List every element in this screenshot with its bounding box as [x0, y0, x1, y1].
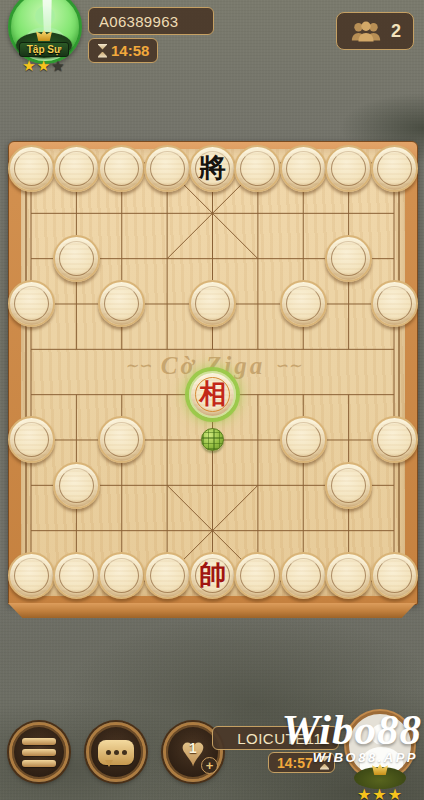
covered-piece[interactable] [8, 552, 55, 599]
covered-piece[interactable] [53, 462, 100, 509]
covered-piece[interactable] [53, 235, 100, 282]
rank-label: Tập Sự [19, 42, 69, 57]
menu-button[interactable] [9, 722, 69, 782]
covered-piece[interactable] [325, 462, 372, 509]
person-silhouette-icon [371, 724, 392, 745]
player-name-box: LOICUTE111 [212, 726, 339, 750]
hourglass-icon [97, 44, 108, 58]
covered-piece[interactable] [325, 145, 372, 192]
covered-piece[interactable] [371, 552, 418, 599]
piece-相[interactable]: 相 [189, 371, 236, 418]
plus-icon: + [201, 757, 218, 774]
player-timer: 14:57 [277, 755, 313, 771]
covered-piece[interactable] [8, 145, 55, 192]
chat-button[interactable] [86, 722, 146, 782]
covered-piece[interactable] [144, 552, 191, 599]
covered-piece[interactable] [371, 416, 418, 463]
opponent-avatar[interactable]: Tập Sự ★★★ [6, 0, 84, 92]
xiangqi-board[interactable]: ∼∽ Cờ Ziga ∽∼ 將相帥 [8, 141, 418, 605]
rank-stars: ★★★ [10, 58, 78, 73]
board-edge-bevel [8, 603, 416, 618]
rank-stars: ★★★ [346, 787, 414, 800]
player-name: LOICUTE111 [237, 730, 330, 747]
player-timer-box: 14:57 [268, 752, 335, 773]
opponent-rank-badge: Tập Sự ★★★ [10, 30, 78, 73]
spectator-count: 2 [391, 21, 401, 42]
hourglass-icon [319, 756, 330, 770]
piece-將[interactable]: 將 [189, 145, 236, 192]
opponent-timer-box: 14:58 [88, 38, 158, 63]
covered-piece[interactable] [371, 145, 418, 192]
spectators-icon [349, 19, 383, 43]
covered-piece[interactable] [280, 416, 327, 463]
covered-piece[interactable] [280, 552, 327, 599]
covered-piece[interactable] [8, 416, 55, 463]
covered-piece[interactable] [8, 280, 55, 327]
opponent-timer: 14:58 [111, 42, 149, 59]
heart-count: 1 [171, 740, 215, 756]
opponent-id-box: A06389963 [88, 7, 214, 35]
covered-piece[interactable] [98, 145, 145, 192]
covered-piece[interactable] [371, 280, 418, 327]
covered-piece[interactable] [325, 235, 372, 282]
chat-icon [98, 740, 134, 765]
covered-piece[interactable] [234, 145, 281, 192]
opponent-id: A06389963 [99, 13, 178, 30]
menu-icon [22, 738, 56, 745]
spectators-box[interactable]: 2 [336, 12, 414, 50]
covered-piece[interactable] [280, 280, 327, 327]
covered-piece[interactable] [144, 145, 191, 192]
covered-piece[interactable] [280, 145, 327, 192]
covered-piece[interactable] [53, 145, 100, 192]
